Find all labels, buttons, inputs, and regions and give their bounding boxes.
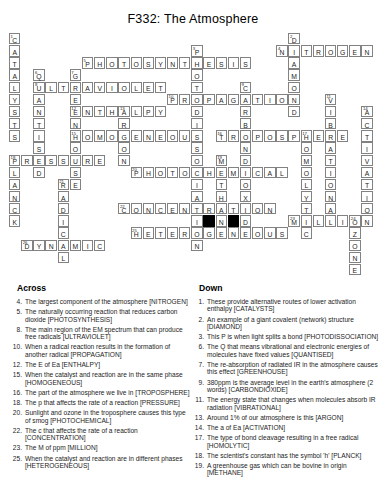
grid-cell-3-2: 6Q (33, 69, 44, 80)
cell-letter: N (119, 157, 128, 166)
grid-cell-16-15: O (191, 227, 202, 238)
clue-text: A greenhouse gas which can be bovine in … (207, 462, 382, 477)
down-header: Down (199, 283, 382, 293)
cell-letter: O (119, 84, 128, 93)
down-clue-3: 3.This P is when light splits a bond [PH… (192, 333, 382, 340)
cell-letter: R (119, 121, 128, 130)
cell-letter: E (132, 133, 141, 142)
cell-letter: I (59, 218, 68, 227)
cell-letter: C (241, 84, 250, 93)
clue-text: 380ppm is the average level in the earth… (207, 379, 382, 394)
across-clues-section: Across 4.The largest component of the at… (10, 283, 191, 472)
cell-letter: A (10, 181, 19, 190)
cell-letter: T (180, 60, 189, 69)
grid-cell-10-2: E (33, 155, 44, 166)
grid-cell-4-3: L (45, 82, 56, 93)
cell-letter: N (265, 206, 274, 215)
cell-letter: L (46, 84, 55, 93)
grid-cell-10-0: 18P (9, 155, 20, 166)
cell-letter: C (59, 230, 68, 239)
grid-cell-4-4: T (58, 82, 69, 93)
cell-letter: E (71, 96, 80, 105)
grid-cell-14-20: O (252, 203, 263, 214)
grid-cell-10-26: T (325, 155, 336, 166)
across-header: Across (17, 283, 191, 293)
cell-letter: E (144, 230, 153, 239)
cell-letter: M (289, 218, 298, 227)
cell-letter: O (192, 72, 201, 81)
cell-letter: Y (156, 108, 165, 117)
cell-letter: I (83, 242, 92, 251)
cell-letter: A (217, 96, 226, 105)
cell-letter: I (229, 60, 238, 69)
grid-cell-15-23: 23M (288, 215, 299, 226)
grid-cell-8-0: S (9, 130, 20, 141)
grid-cell-6-8: H (106, 106, 117, 117)
cell-letter: R (229, 133, 238, 142)
cell-letter: N (289, 96, 298, 105)
clue-text: Sunlight and ozone in the troposphere ca… (25, 409, 191, 424)
cell-letter: O (253, 206, 262, 215)
grid-cell-12-0: A (9, 179, 20, 190)
cell-letter: E (95, 157, 104, 166)
cell-letter: C (95, 242, 104, 251)
grid-cell-13-4: A (58, 191, 69, 202)
cell-letter: I (338, 218, 347, 227)
clue-number-label: 18. (192, 452, 204, 459)
cell-letter: L (10, 169, 19, 178)
clue-number-label: 3. (192, 333, 204, 340)
cell-letter: R (204, 206, 213, 215)
grid-cell-5-13: 10P (167, 94, 178, 105)
cell-letter: E (350, 48, 359, 57)
clue-number-label: 12. (10, 361, 22, 368)
cell-letter: R (241, 108, 250, 117)
grid-cell-14-15: T (191, 203, 202, 214)
down-clue-14: 14.The a of Ea [ACTIVATION] (192, 424, 382, 431)
clue-text: The p that affects the rate of a reactio… (25, 399, 191, 406)
grid-cell-11-11: H (143, 167, 154, 178)
cell-letter: E (204, 60, 213, 69)
cell-letter: D (241, 157, 250, 166)
grid-cell-15-29: N (361, 215, 372, 226)
cell-letter: G (338, 48, 347, 57)
cell-letter: T (229, 206, 238, 215)
cell-letter: S (277, 133, 286, 142)
grid-cell-1-22: 4N (276, 45, 287, 56)
cell-letter: R (180, 230, 189, 239)
cell-letter: B (241, 121, 250, 130)
cell-letter: M (289, 72, 298, 81)
grid-cell-2-6: 5P (82, 57, 93, 68)
cell-letter: E (217, 169, 226, 178)
cell-letter: N (350, 254, 359, 263)
grid-cell-16-24: C (301, 227, 312, 238)
cell-letter: Q (34, 72, 43, 81)
cell-letter: M (71, 242, 80, 251)
cell-letter: O (83, 133, 92, 142)
grid-cell-4-23: O (288, 82, 299, 93)
grid-cell-8-19: O (240, 130, 251, 141)
cell-letter: N (229, 230, 238, 239)
grid-cell-13-19: X (240, 191, 251, 202)
cell-letter: H (95, 60, 104, 69)
grid-cell-14-4: D (58, 203, 69, 214)
cell-letter: T (192, 84, 201, 93)
cell-letter: D (289, 36, 298, 45)
grid-cell-8-17: 16T (216, 130, 227, 141)
clue-number-label: 4. (10, 298, 22, 305)
down-clue-1: 1.These provide alternative routes of lo… (192, 298, 382, 313)
cell-letter: C (10, 36, 19, 45)
cell-letter: N (277, 48, 286, 57)
grid-cell-7-29: C (361, 118, 372, 129)
clue-number-label: 6. (192, 343, 204, 358)
cell-letter: E (156, 133, 165, 142)
grid-cell-8-11: N (143, 130, 154, 141)
cell-letter: D (59, 206, 68, 215)
cell-letter: H (107, 108, 116, 117)
grid-cell-3-5: 7G (70, 69, 81, 80)
grid-cell-6-26: I (325, 106, 336, 117)
grid-cell-4-19: 9C (240, 82, 251, 93)
cell-letter: T (253, 96, 262, 105)
cell-letter: P (132, 169, 141, 178)
across-clue-10: 10.When a radical reaction results in th… (10, 343, 191, 358)
grid-cell-8-20: P (252, 130, 263, 141)
cell-letter: H (132, 230, 141, 239)
clue-text: These provide alternative routes of lowe… (207, 298, 382, 313)
clue-number-label: 17. (192, 434, 204, 449)
cell-letter: L (314, 218, 323, 227)
grid-cell-15-19: D (240, 215, 251, 226)
cell-letter: O (326, 48, 335, 57)
cell-letter: M (302, 157, 311, 166)
down-clues-section: Down 1.These provide alternative routes … (192, 283, 382, 480)
cell-letter: I (362, 194, 371, 203)
cell-letter: A (265, 169, 274, 178)
grid-cell-4-2: 8U (33, 82, 44, 93)
cell-letter: A (217, 206, 226, 215)
cell-letter: N (34, 108, 43, 117)
grid-cell-7-2: T (33, 118, 44, 129)
clue-text: The a of Ea [ACTIVATION] (207, 424, 382, 431)
grid-cell-8-7: M (94, 130, 105, 141)
cell-letter: H (144, 169, 153, 178)
grid-cell-3-0: A (9, 69, 20, 80)
grid-cell-5-21: I (264, 94, 275, 105)
grid-cell-9-24: O (301, 142, 312, 153)
grid-cell-11-16: H (203, 167, 214, 178)
cell-letter: X (241, 194, 250, 203)
cell-letter: M (217, 157, 226, 166)
cell-letter: O (107, 60, 116, 69)
cell-letter: N (10, 194, 19, 203)
grid-cell-1-29: N (361, 45, 372, 56)
grid-cell-4-9: O (118, 82, 129, 93)
grid-cell-5-20: T (252, 94, 263, 105)
grid-cell-3-15: O (191, 69, 202, 80)
grid-cell-8-2: I (33, 130, 44, 141)
cell-letter: R (314, 48, 323, 57)
clue-text: This P is when light splits a bond [PHOT… (207, 333, 382, 340)
cell-letter: P (144, 108, 153, 117)
clue-text: The part of the atmosphere we live in [T… (25, 389, 191, 396)
grid-cell-1-26: O (325, 45, 336, 56)
cell-letter: C (362, 121, 371, 130)
cell-letter: T (302, 206, 311, 215)
grid-cell-14-19: I (240, 203, 251, 214)
cell-letter: P (10, 157, 19, 166)
cell-letter: P (83, 60, 92, 69)
clue-number-label: 15. (10, 371, 22, 386)
clue-number-label: 7. (192, 361, 204, 376)
grid-cell-14-21: N (264, 203, 275, 214)
grid-cell-7-0: T (9, 118, 20, 129)
cell-letter: N (192, 242, 201, 251)
grid-cell-8-25: E (313, 130, 324, 141)
clue-number-label: 8. (10, 326, 22, 341)
grid-cell-4-8: I (106, 82, 117, 93)
cell-letter: S (34, 145, 43, 154)
grid-cell-12-17: T (216, 179, 227, 190)
grid-cell-15-15: I (191, 215, 202, 226)
cell-letter: P (192, 48, 201, 57)
grid-cell-9-19: N (240, 142, 251, 153)
cell-letter: O (241, 133, 250, 142)
black-cell (228, 215, 239, 226)
across-clue-25: 25.When the catalyst and reaction are in… (10, 455, 191, 470)
grid-cell-3-23: M (288, 69, 299, 80)
cell-letter: I (326, 108, 335, 117)
grid-cell-16-22: S (276, 227, 287, 238)
cell-letter: D (22, 242, 31, 251)
grid-cell-15-4: I (58, 215, 69, 226)
clue-number-label: 13. (192, 414, 204, 421)
cell-letter: I (302, 218, 311, 227)
grid-cell-6-15: D (191, 106, 202, 117)
grid-cell-5-0: Y (9, 94, 20, 105)
cell-letter: Y (302, 194, 311, 203)
grid-cell-15-0: K (9, 215, 20, 226)
grid-cell-0-0: 1C (9, 33, 20, 44)
grid-cell-16-12: T (155, 227, 166, 238)
grid-cell-10-7: E (94, 155, 105, 166)
grid-cell-14-14: N (179, 203, 190, 214)
cell-letter: T (10, 60, 19, 69)
grid-cell-16-17: E (216, 227, 227, 238)
grid-cell-11-0: L (9, 167, 20, 178)
across-clue-23: 23.The M of ppm [MILLION] (10, 444, 191, 451)
cell-letter: O (156, 169, 165, 178)
grid-cell-17-1: 26D (21, 240, 32, 251)
grid-cell-5-5: E (70, 94, 81, 105)
grid-cell-11-15: C (191, 167, 202, 178)
crossword-grid: 1C2DA3P4NITROGENT5PHOTOSYNTHESISAA6Q7GOM… (9, 33, 382, 277)
grid-cell-10-17: 19M (216, 155, 227, 166)
cell-letter: Y (34, 242, 43, 251)
grid-cell-8-23: P (288, 130, 299, 141)
grid-cell-12-29: T (361, 179, 372, 190)
cell-letter: V (95, 84, 104, 93)
cell-letter: A (289, 60, 298, 69)
clue-text: The main region of the EM spectrum that … (25, 326, 191, 341)
grid-cell-4-6: A (82, 82, 93, 93)
grid-cell-2-16: E (203, 57, 214, 68)
grid-cell-6-19: R (240, 106, 251, 117)
grid-cell-17-7: C (94, 240, 105, 251)
cell-letter: N (83, 108, 92, 117)
grid-cell-10-15: O (191, 155, 202, 166)
cell-letter: O (107, 133, 116, 142)
clue-text: Around 1% of our atmosphere is this [ARG… (207, 414, 382, 421)
grid-cell-7-5: N (70, 118, 81, 129)
cell-letter: O (180, 169, 189, 178)
grid-cell-8-22: S (276, 130, 287, 141)
cell-letter: S (10, 133, 19, 142)
cell-letter: O (241, 181, 250, 190)
cell-letter: T (302, 48, 311, 57)
cell-letter: C (192, 169, 201, 178)
clue-number-label: 20. (10, 409, 22, 424)
grid-cell-6-29: 14A (361, 106, 372, 117)
grid-cell-5-26: 11V (325, 94, 336, 105)
grid-cell-1-27: G (337, 45, 348, 56)
cell-letter: L (59, 254, 68, 263)
grid-cell-2-23: A (288, 57, 299, 68)
grid-cell-9-26: A (325, 142, 336, 153)
grid-cell-13-26: N (325, 191, 336, 202)
across-clue-16: 16.The part of the atmosphere we live in… (10, 389, 191, 396)
grid-cell-16-14: R (179, 227, 190, 238)
cell-letter: S (59, 157, 68, 166)
grid-cell-8-15: S (191, 130, 202, 141)
cell-letter: N (144, 133, 153, 142)
across-clue-list: 4.The largest component of the atmospher… (10, 298, 191, 469)
cell-letter: E (338, 133, 347, 142)
cell-letter: T (119, 60, 128, 69)
cell-letter: O (265, 133, 274, 142)
cell-letter: E (168, 206, 177, 215)
grid-cell-17-28: O (349, 240, 360, 251)
cell-letter: R (83, 157, 92, 166)
cell-letter: T (34, 121, 43, 130)
grid-cell-4-11: E (143, 82, 154, 93)
down-clue-17: 17.The type of bond cleavage resulting i… (192, 434, 382, 449)
cell-letter: O (192, 157, 201, 166)
grid-cell-12-4: 21R (58, 179, 69, 190)
cell-letter: O (192, 230, 201, 239)
cell-letter: S (46, 157, 55, 166)
grid-cell-8-9: G (118, 130, 129, 141)
cell-letter: A (326, 145, 335, 154)
grid-cell-11-24: O (301, 167, 312, 178)
grid-cell-9-29: I (361, 142, 372, 153)
cell-letter: U (180, 133, 189, 142)
down-clue-19: 19.A greenhouse gas which can be bovine … (192, 462, 382, 477)
cell-letter: R (180, 96, 189, 105)
cell-letter: Z (350, 230, 359, 239)
clue-text: The E of Ea [ENTHALPY] (25, 361, 191, 368)
clue-text: When the catalyst and reaction are in th… (25, 371, 191, 386)
cell-letter: T (168, 169, 177, 178)
grid-cell-11-21: A (264, 167, 275, 178)
grid-cell-16-13: E (167, 227, 178, 238)
grid-cell-11-29: A (361, 167, 372, 178)
grid-cell-11-20: C (252, 167, 263, 178)
grid-cell-12-15: I (191, 179, 202, 190)
grid-cell-10-5: U (70, 155, 81, 166)
cell-letter: A (192, 194, 201, 203)
grid-cell-14-11: N (143, 203, 154, 214)
grid-cell-8-18: R (228, 130, 239, 141)
grid-cell-13-15: A (191, 191, 202, 202)
cell-letter: U (71, 157, 80, 166)
grid-cell-16-4: C (58, 227, 69, 238)
clue-text: The c that affects the rate of a reactio… (25, 427, 191, 442)
cell-letter: S (71, 169, 80, 178)
across-clue-18: 18.The p that affects the rate of a reac… (10, 399, 191, 406)
grid-cell-16-11: E (143, 227, 154, 238)
cell-letter: G (119, 133, 128, 142)
cell-letter: S (144, 60, 153, 69)
grid-cell-1-25: R (313, 45, 324, 56)
grid-cell-1-28: E (349, 45, 360, 56)
cell-letter: I (241, 169, 250, 178)
grid-cell-8-8: O (106, 130, 117, 141)
cell-letter: H (71, 133, 80, 142)
cell-letter: R (59, 181, 68, 190)
clue-number-label: 25. (10, 455, 22, 470)
clue-number-label: 1. (192, 298, 204, 313)
grid-cell-11-19: I (240, 167, 251, 178)
cell-letter: T (217, 133, 226, 142)
grid-cell-17-3: N (45, 240, 56, 251)
grid-cell-4-5: R (70, 82, 81, 93)
grid-cell-8-29: T (361, 130, 372, 141)
down-clue-18: 18.The scientist's constant has the symb… (192, 452, 382, 459)
cell-letter: I (192, 218, 201, 227)
cell-letter: A (34, 96, 43, 105)
cell-letter: O (326, 181, 335, 190)
cell-letter: O (168, 133, 177, 142)
grid-cell-4-12: T (155, 82, 166, 93)
cell-letter: O (119, 145, 128, 154)
cell-letter: G (71, 72, 80, 81)
grid-cell-6-11: P (143, 106, 154, 117)
grid-cell-5-15: O (191, 94, 202, 105)
cell-letter: A (362, 169, 371, 178)
cell-letter: A (59, 242, 68, 251)
down-clue-13: 13.Around 1% of our atmosphere is this [… (192, 414, 382, 421)
grid-cell-9-5: O (70, 142, 81, 153)
grid-cell-7-15: I (191, 118, 202, 129)
cell-letter: U (34, 84, 43, 93)
grid-cell-2-14: T (179, 57, 190, 68)
clue-text: The type of bond cleavage resulting in a… (207, 434, 382, 449)
cell-letter: L (132, 108, 141, 117)
cell-letter: M (95, 133, 104, 142)
clue-text: The scientist's constant has the symbol … (207, 452, 382, 459)
cell-letter: N (362, 218, 371, 227)
cell-letter: D (241, 218, 250, 227)
grid-cell-8-13: O (167, 130, 178, 141)
cell-letter: Y (156, 60, 165, 69)
grid-cell-5-22: O (276, 94, 287, 105)
cell-letter: O (71, 145, 80, 154)
grid-cell-2-15: H (191, 57, 202, 68)
grid-cell-17-6: I (82, 240, 93, 251)
